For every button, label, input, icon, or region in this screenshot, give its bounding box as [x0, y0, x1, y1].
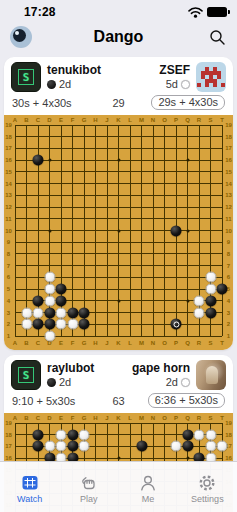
- star-point: [48, 229, 51, 232]
- stone-S5: [205, 284, 216, 295]
- coordinate-label: 7: [7, 263, 10, 269]
- clocks-row: 30s + 4x30s 29 29s + 4x30s: [4, 94, 233, 115]
- stone-E17: [55, 441, 66, 452]
- coordinate-label: 13: [225, 192, 232, 198]
- white-clock-active: 6:36 + 5x30s: [148, 393, 225, 408]
- coordinate-label: 18: [5, 134, 12, 140]
- star-point: [117, 299, 120, 302]
- coordinate-label: D: [47, 117, 51, 123]
- coordinate-label: 3: [227, 310, 230, 316]
- white-stone-icon: [181, 378, 190, 387]
- tab-label: Settings: [191, 495, 224, 504]
- coordinate-label: S: [208, 117, 212, 123]
- stone-F2: [67, 319, 78, 330]
- clocks-row: 9:10 + 5x30s 63 6:36 + 5x30s: [4, 392, 233, 413]
- stone-G3: [78, 307, 89, 318]
- coordinate-label: N: [151, 117, 155, 123]
- stone-C4: [32, 295, 43, 306]
- stone-E4: [55, 295, 66, 306]
- stone-F17: [67, 441, 78, 452]
- coordinate-label: L: [128, 340, 132, 346]
- stone-E3: [55, 307, 66, 318]
- stone-D6: [44, 272, 55, 283]
- coordinate-label: 6: [7, 274, 10, 280]
- gear-icon: [197, 473, 217, 493]
- stone-E5: [55, 284, 66, 295]
- coordinate-label: F: [71, 117, 75, 123]
- coordinate-label: 2: [227, 321, 230, 327]
- header: Dango: [0, 22, 237, 52]
- coordinate-label: M: [139, 117, 144, 123]
- stone-B3: [21, 307, 32, 318]
- stone-F3: [67, 307, 78, 318]
- coordinate-label: 3: [7, 310, 10, 316]
- game-card-1[interactable]: S tenukibot 2d ZSEF 5d 30s + 4x30s: [4, 57, 233, 350]
- coordinate-label: 13: [5, 192, 12, 198]
- white-player-rank: 2d: [166, 376, 178, 388]
- coordinate-label: 11: [225, 216, 231, 222]
- stone-E18: [55, 429, 66, 440]
- move-number: 29: [112, 97, 124, 109]
- coordinate-label: R: [197, 340, 201, 346]
- coordinate-label: F: [71, 415, 75, 421]
- black-clock: 9:10 + 5x30s: [12, 395, 75, 407]
- coordinate-label: A: [13, 117, 17, 123]
- coordinate-label: 15: [225, 169, 232, 175]
- coordinate-label: P: [174, 117, 178, 123]
- coordinate-label: N: [151, 415, 155, 421]
- coordinate-label: S: [208, 340, 212, 346]
- status-bar: 17:28: [0, 0, 237, 22]
- stone-C18: [32, 429, 43, 440]
- star-point: [186, 229, 189, 232]
- coordinate-label: M: [139, 340, 144, 346]
- coordinate-label: T: [220, 340, 224, 346]
- stone-D3: [44, 307, 55, 318]
- stone-C3: [32, 307, 43, 318]
- coordinate-label: 18: [225, 432, 232, 438]
- coordinate-label: R: [197, 117, 201, 123]
- coordinate-label: 17: [5, 443, 12, 449]
- search-icon: [209, 29, 226, 46]
- white-player-name: ZSEF: [159, 64, 190, 77]
- coordinate-label: 16: [5, 157, 12, 163]
- coordinate-label: Q: [185, 340, 190, 346]
- coordinate-label: 14: [225, 181, 232, 187]
- black-player-name: tenukibot: [47, 64, 101, 77]
- bot-chip-icon: S: [18, 367, 34, 383]
- coordinate-label: 2: [7, 321, 10, 327]
- tab-watch[interactable]: Watch: [0, 462, 59, 512]
- coordinate-label: E: [59, 117, 63, 123]
- grid-line: [15, 242, 222, 243]
- profile-avatar-button[interactable]: [10, 26, 32, 48]
- coordinate-label: 8: [227, 251, 230, 257]
- stone-S17: [205, 441, 216, 452]
- stone-C16: [32, 155, 43, 166]
- coordinate-label: N: [151, 340, 155, 346]
- coordinate-label: Q: [185, 415, 190, 421]
- stone-M17: [136, 441, 147, 452]
- stone-G18: [78, 429, 89, 440]
- gape-horn-avatar[interactable]: [196, 360, 226, 390]
- wifi-icon: [188, 7, 203, 18]
- coordinate-label: Q: [185, 117, 190, 123]
- grid-line: [15, 265, 222, 266]
- coordinate-label: E: [59, 340, 63, 346]
- coordinate-label: C: [36, 340, 40, 346]
- coordinate-label: B: [24, 415, 28, 421]
- coordinate-label: G: [82, 340, 87, 346]
- coordinate-label: K: [116, 340, 120, 346]
- black-stone-icon: [47, 378, 56, 387]
- stone-C2: [32, 319, 43, 330]
- coordinate-label: H: [93, 340, 97, 346]
- black-clock: 30s + 4x30s: [12, 97, 72, 109]
- go-board-1[interactable]: AA1919BB1818CC1717DD1616EE1515FF1414GG13…: [4, 115, 233, 350]
- stone-G17: [78, 441, 89, 452]
- coordinate-label: E: [59, 415, 63, 421]
- tab-settings[interactable]: Settings: [178, 462, 237, 512]
- coordinate-label: L: [128, 415, 132, 421]
- coordinate-label: 15: [5, 169, 12, 175]
- coordinate-label: K: [116, 415, 120, 421]
- coordinate-label: K: [116, 117, 120, 123]
- stone-P17: [170, 441, 181, 452]
- coordinate-label: 16: [225, 157, 232, 163]
- coordinate-label: B: [24, 117, 28, 123]
- grid-line: [164, 125, 165, 336]
- stone-R18: [193, 429, 204, 440]
- stone-D1: [44, 330, 55, 341]
- coordinate-label: A: [13, 340, 17, 346]
- coordinate-label: 12: [5, 204, 12, 210]
- coordinate-label: F: [71, 340, 75, 346]
- tab-bar: Watch Play Me Settings: [0, 461, 237, 512]
- stone-P10: [170, 225, 181, 236]
- stone-P2: [170, 319, 181, 330]
- star-point: [186, 299, 189, 302]
- white-stone-icon: [181, 80, 190, 89]
- stone-R4: [193, 295, 204, 306]
- stone-Q18: [182, 429, 193, 440]
- stone-D4: [44, 295, 55, 306]
- coordinate-label: H: [93, 117, 97, 123]
- white-player-name: gape horn: [132, 362, 190, 375]
- stone-F18: [67, 429, 78, 440]
- tab-me[interactable]: Me: [119, 462, 178, 512]
- stone-D5: [44, 284, 55, 295]
- star-point: [186, 457, 189, 460]
- players-row: S raylubot 2d gape horn 2d: [4, 355, 233, 392]
- coordinate-label: J: [105, 117, 108, 123]
- pixel-art-icon: [196, 62, 200, 66]
- coordinate-label: T: [220, 117, 224, 123]
- coordinate-label: 17: [225, 145, 232, 151]
- person-icon: [138, 473, 158, 493]
- white-player-rank: 5d: [166, 78, 178, 90]
- coordinate-label: O: [162, 340, 167, 346]
- grid-line: [222, 125, 223, 336]
- tenukibot-avatar[interactable]: S: [11, 62, 41, 92]
- stone-E2: [55, 319, 66, 330]
- star-point: [117, 229, 120, 232]
- coordinate-label: P: [174, 415, 178, 421]
- coordinate-label: 19: [5, 122, 12, 128]
- coordinate-label: M: [139, 415, 144, 421]
- coordinate-label: 1: [227, 333, 230, 339]
- star-point: [117, 457, 120, 460]
- coordinate-label: 4: [227, 298, 230, 304]
- battery-icon: [207, 7, 227, 17]
- coordinate-label: O: [162, 117, 167, 123]
- stone-S3: [205, 307, 216, 318]
- coordinate-label: 8: [7, 251, 10, 257]
- coordinate-label: P: [174, 340, 178, 346]
- coordinate-label: A: [13, 415, 17, 421]
- watch-board-icon: [20, 473, 40, 493]
- coordinate-label: 19: [5, 420, 12, 426]
- grid-line: [141, 125, 142, 336]
- star-point: [186, 159, 189, 162]
- coordinate-label: 19: [225, 122, 232, 128]
- black-player-rank: 2d: [59, 376, 71, 388]
- coordinate-label: 18: [5, 432, 12, 438]
- coordinate-label: 12: [225, 204, 232, 210]
- stone-Q17: [182, 441, 193, 452]
- coordinate-label: O: [162, 415, 167, 421]
- stone-D2: [44, 319, 55, 330]
- coordinate-label: 4: [7, 298, 10, 304]
- tab-label: Play: [80, 495, 98, 504]
- black-player-name: raylubot: [47, 362, 94, 375]
- coordinate-label: 10: [5, 228, 12, 234]
- stone-T17: [216, 441, 227, 452]
- stone-T5: [216, 284, 227, 295]
- coordinate-label: 7: [227, 263, 230, 269]
- coordinate-label: D: [47, 415, 51, 421]
- star-point: [48, 159, 51, 162]
- coordinate-label: 11: [5, 216, 11, 222]
- stone-highlight: [15, 31, 19, 35]
- players-row: S tenukibot 2d ZSEF 5d: [4, 57, 233, 94]
- hand-icon: [79, 473, 99, 493]
- zsef-avatar[interactable]: [196, 62, 226, 92]
- coordinate-label: 1: [7, 333, 10, 339]
- coordinate-label: B: [24, 340, 28, 346]
- stone-G2: [78, 319, 89, 330]
- coordinate-label: 9: [227, 239, 230, 245]
- coordinate-label: C: [36, 117, 40, 123]
- coordinate-label: 17: [5, 145, 12, 151]
- coordinate-label: R: [197, 415, 201, 421]
- raylubot-avatar[interactable]: S: [11, 360, 41, 390]
- stone-D17: [44, 441, 55, 452]
- stone-R3: [193, 307, 204, 318]
- stone-S18: [205, 429, 216, 440]
- move-number: 63: [112, 395, 124, 407]
- grid-line: [15, 253, 222, 254]
- grid-line: [130, 125, 131, 336]
- coordinate-label: T: [220, 415, 224, 421]
- coordinate-label: 6: [227, 274, 230, 280]
- coordinate-label: 18: [225, 134, 232, 140]
- status-time: 17:28: [24, 5, 56, 19]
- search-button[interactable]: [207, 27, 227, 47]
- stone-C17: [32, 441, 43, 452]
- stone-S6: [205, 272, 216, 283]
- coordinate-label: H: [93, 415, 97, 421]
- coordinate-label: J: [105, 340, 108, 346]
- coordinate-label: L: [128, 117, 132, 123]
- tab-play[interactable]: Play: [59, 462, 118, 512]
- coordinate-label: 10: [225, 228, 232, 234]
- app-screen: { "status_bar": { "time": "17:28", "wifi…: [0, 0, 237, 512]
- coordinate-label: 19: [225, 420, 232, 426]
- coordinate-label: 9: [7, 239, 10, 245]
- coordinate-label: J: [105, 415, 108, 421]
- coordinate-label: G: [82, 415, 87, 421]
- stone-B2: [21, 319, 32, 330]
- tab-label: Watch: [17, 495, 42, 504]
- tab-label: Me: [142, 495, 155, 504]
- white-clock-active: 29s + 4x30s: [151, 95, 225, 110]
- coordinate-label: G: [82, 117, 87, 123]
- grid-line: [153, 125, 154, 336]
- page-title: Dango: [0, 28, 237, 46]
- coordinate-label: 5: [7, 286, 10, 292]
- last-move-marker: [173, 321, 179, 327]
- coordinate-label: C: [36, 415, 40, 421]
- coordinate-label: 14: [5, 181, 12, 187]
- black-stone-icon: [47, 80, 56, 89]
- star-point: [117, 159, 120, 162]
- bot-chip-icon: S: [18, 69, 34, 85]
- coordinate-label: S: [208, 415, 212, 421]
- black-player-rank: 2d: [59, 78, 71, 90]
- stone-S4: [205, 295, 216, 306]
